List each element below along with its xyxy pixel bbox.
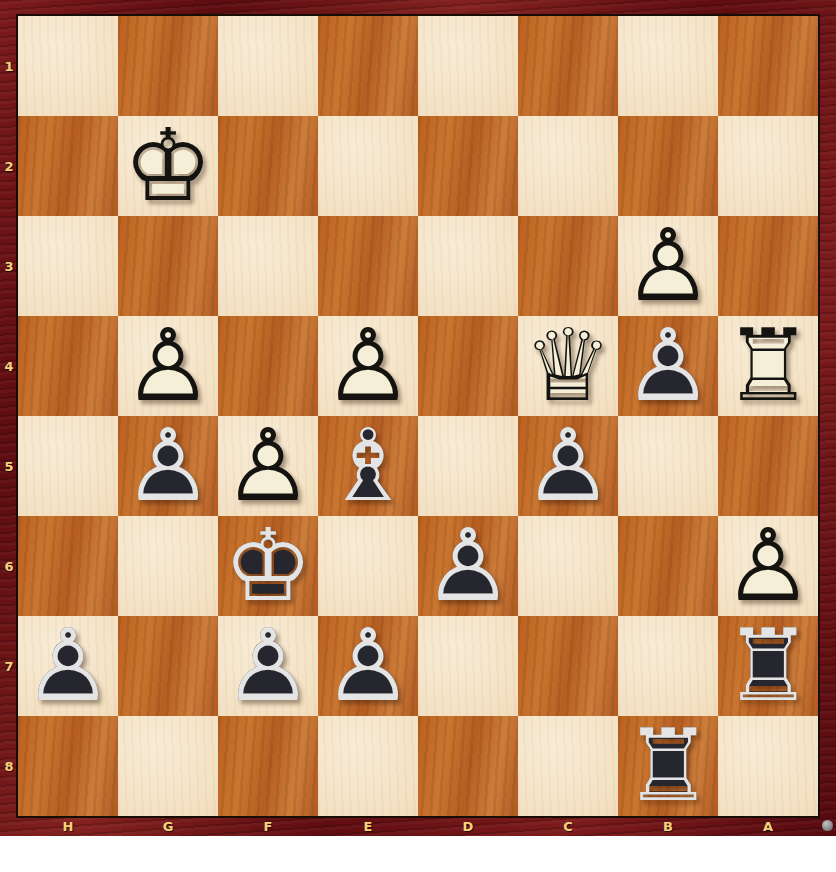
square-f2[interactable] <box>218 116 318 216</box>
square-h7[interactable]: ♟♙ <box>18 616 118 716</box>
chess-app-window: ♚♔♟♙♟♙♟♙♛♕♟♙♜♖♟♙♟♙♝♗♟♙♚♔♟♙♟♙♟♙♟♙♟♙♜♖♜♖ 1… <box>0 0 836 872</box>
rank-label-6: 6 <box>0 516 18 616</box>
piece-outline-glyph: ♙ <box>318 616 418 716</box>
piece-outline-glyph: ♙ <box>118 316 218 416</box>
piece-black-K-f6[interactable]: ♚♔ <box>218 516 318 616</box>
piece-black-R-b8[interactable]: ♜♖ <box>618 716 718 816</box>
piece-white-P-a6[interactable]: ♟♙ <box>718 516 818 616</box>
piece-outline-glyph: ♗ <box>318 416 418 516</box>
square-b2[interactable] <box>618 116 718 216</box>
square-f4[interactable] <box>218 316 318 416</box>
rank-label-4: 4 <box>0 316 18 416</box>
square-c4[interactable]: ♛♕ <box>518 316 618 416</box>
square-f5[interactable]: ♟♙ <box>218 416 318 516</box>
square-g7[interactable] <box>118 616 218 716</box>
piece-outline-glyph: ♙ <box>118 416 218 516</box>
square-e7[interactable]: ♟♙ <box>318 616 418 716</box>
piece-white-P-g4[interactable]: ♟♙ <box>118 316 218 416</box>
square-d6[interactable]: ♟♙ <box>418 516 518 616</box>
piece-outline-glyph: ♔ <box>118 116 218 216</box>
piece-white-R-a4[interactable]: ♜♖ <box>718 316 818 416</box>
file-label-f: F <box>218 817 318 836</box>
square-c5[interactable]: ♟♙ <box>518 416 618 516</box>
square-f3[interactable] <box>218 216 318 316</box>
square-d1[interactable] <box>418 16 518 116</box>
square-b4[interactable]: ♟♙ <box>618 316 718 416</box>
square-a8[interactable] <box>718 716 818 816</box>
piece-outline-glyph: ♖ <box>718 616 818 716</box>
square-h4[interactable] <box>18 316 118 416</box>
file-label-g: G <box>118 817 218 836</box>
square-d4[interactable] <box>418 316 518 416</box>
square-c8[interactable] <box>518 716 618 816</box>
square-d5[interactable] <box>418 416 518 516</box>
square-d7[interactable] <box>418 616 518 716</box>
file-label-h: H <box>18 817 118 836</box>
square-g5[interactable]: ♟♙ <box>118 416 218 516</box>
square-f7[interactable]: ♟♙ <box>218 616 318 716</box>
piece-black-P-c5[interactable]: ♟♙ <box>518 416 618 516</box>
piece-black-R-a7[interactable]: ♜♖ <box>718 616 818 716</box>
rank-label-5: 5 <box>0 416 18 516</box>
square-c3[interactable] <box>518 216 618 316</box>
piece-white-P-b3[interactable]: ♟♙ <box>618 216 718 316</box>
piece-outline-glyph: ♙ <box>718 516 818 616</box>
piece-outline-glyph: ♙ <box>618 216 718 316</box>
chess-board: ♚♔♟♙♟♙♟♙♛♕♟♙♜♖♟♙♟♙♝♗♟♙♚♔♟♙♟♙♟♙♟♙♟♙♜♖♜♖ <box>18 16 818 816</box>
square-g6[interactable] <box>118 516 218 616</box>
square-e5[interactable]: ♝♗ <box>318 416 418 516</box>
square-a4[interactable]: ♜♖ <box>718 316 818 416</box>
square-e1[interactable] <box>318 16 418 116</box>
rank-label-3: 3 <box>0 216 18 316</box>
piece-white-Q-c4[interactable]: ♛♕ <box>518 316 618 416</box>
piece-black-P-h7[interactable]: ♟♙ <box>18 616 118 716</box>
square-b3[interactable]: ♟♙ <box>618 216 718 316</box>
piece-outline-glyph: ♕ <box>518 316 618 416</box>
rank-label-2: 2 <box>0 116 18 216</box>
square-c6[interactable] <box>518 516 618 616</box>
square-g4[interactable]: ♟♙ <box>118 316 218 416</box>
square-a2[interactable] <box>718 116 818 216</box>
file-label-b: B <box>618 817 718 836</box>
piece-outline-glyph: ♙ <box>418 516 518 616</box>
piece-outline-glyph: ♙ <box>318 316 418 416</box>
square-c1[interactable] <box>518 16 618 116</box>
square-h8[interactable] <box>18 716 118 816</box>
square-h1[interactable] <box>18 16 118 116</box>
square-g8[interactable] <box>118 716 218 816</box>
square-b6[interactable] <box>618 516 718 616</box>
square-b1[interactable] <box>618 16 718 116</box>
square-a5[interactable] <box>718 416 818 516</box>
square-a7[interactable]: ♜♖ <box>718 616 818 716</box>
square-b8[interactable]: ♜♖ <box>618 716 718 816</box>
piece-white-P-f5[interactable]: ♟♙ <box>218 416 318 516</box>
square-h6[interactable] <box>18 516 118 616</box>
square-a6[interactable]: ♟♙ <box>718 516 818 616</box>
file-label-c: C <box>518 817 618 836</box>
square-a3[interactable] <box>718 216 818 316</box>
rank-label-7: 7 <box>0 616 18 716</box>
square-h2[interactable] <box>18 116 118 216</box>
square-e2[interactable] <box>318 116 418 216</box>
piece-black-P-d6[interactable]: ♟♙ <box>418 516 518 616</box>
piece-black-B-e5[interactable]: ♝♗ <box>318 416 418 516</box>
piece-outline-glyph: ♙ <box>518 416 618 516</box>
piece-white-K-g2[interactable]: ♚♔ <box>118 116 218 216</box>
piece-black-P-g5[interactable]: ♟♙ <box>118 416 218 516</box>
piece-outline-glyph: ♖ <box>618 716 718 816</box>
square-e8[interactable] <box>318 716 418 816</box>
square-b5[interactable] <box>618 416 718 516</box>
square-h5[interactable] <box>18 416 118 516</box>
square-c2[interactable] <box>518 116 618 216</box>
file-label-e: E <box>318 817 418 836</box>
rank-label-1: 1 <box>0 16 18 116</box>
piece-outline-glyph: ♙ <box>218 416 318 516</box>
piece-outline-glyph: ♖ <box>718 316 818 416</box>
square-f6[interactable]: ♚♔ <box>218 516 318 616</box>
file-label-a: A <box>718 817 818 836</box>
square-g2[interactable]: ♚♔ <box>118 116 218 216</box>
piece-outline-glyph: ♙ <box>618 316 718 416</box>
piece-outline-glyph: ♙ <box>218 616 318 716</box>
square-d2[interactable] <box>418 116 518 216</box>
square-f1[interactable] <box>218 16 318 116</box>
square-c7[interactable] <box>518 616 618 716</box>
square-h3[interactable] <box>18 216 118 316</box>
file-label-d: D <box>418 817 518 836</box>
square-e3[interactable] <box>318 216 418 316</box>
square-d8[interactable] <box>418 716 518 816</box>
square-f8[interactable] <box>218 716 318 816</box>
square-a1[interactable] <box>718 16 818 116</box>
square-d3[interactable] <box>418 216 518 316</box>
piece-white-P-e4[interactable]: ♟♙ <box>318 316 418 416</box>
piece-black-P-f7[interactable]: ♟♙ <box>218 616 318 716</box>
piece-black-P-b4[interactable]: ♟♙ <box>618 316 718 416</box>
square-e4[interactable]: ♟♙ <box>318 316 418 416</box>
piece-outline-glyph: ♙ <box>18 616 118 716</box>
square-b7[interactable] <box>618 616 718 716</box>
square-e6[interactable] <box>318 516 418 616</box>
square-g3[interactable] <box>118 216 218 316</box>
rank-label-8: 8 <box>0 716 18 816</box>
corner-dot-icon <box>822 820 833 831</box>
piece-outline-glyph: ♔ <box>218 516 318 616</box>
square-g1[interactable] <box>118 16 218 116</box>
board-frame: ♚♔♟♙♟♙♟♙♛♕♟♙♜♖♟♙♟♙♝♗♟♙♚♔♟♙♟♙♟♙♟♙♟♙♜♖♜♖ 1… <box>0 0 836 836</box>
piece-black-P-e7[interactable]: ♟♙ <box>318 616 418 716</box>
